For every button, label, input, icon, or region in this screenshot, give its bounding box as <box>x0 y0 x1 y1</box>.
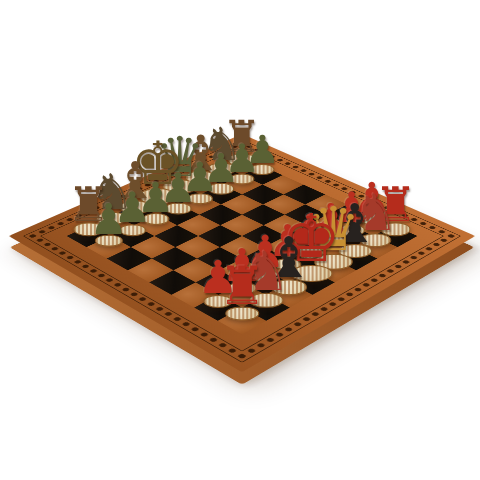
chess-board <box>9 134 476 372</box>
chess-set-product-photo: ♜♞♝♚♛♝♞♜♟♟♟♟♟♟♟♟♟♟♟♟♟♟♟♟♜♞♝♚♛♝♞♜ <box>0 0 480 480</box>
